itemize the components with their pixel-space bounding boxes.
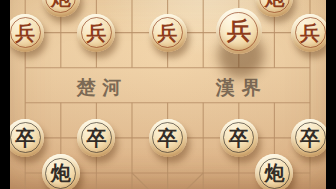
- piece-character: 兵: [227, 19, 251, 43]
- piece-black-soldier[interactable]: 卒: [220, 119, 258, 157]
- piece-black-cannon[interactable]: 炮: [42, 154, 80, 189]
- piece-character: 兵: [158, 22, 178, 42]
- piece-red-soldier[interactable]: 兵: [291, 14, 326, 52]
- piece-character: 炮: [264, 0, 284, 7]
- piece-character: 兵: [15, 22, 35, 42]
- piece-red-soldier[interactable]: 兵: [77, 14, 115, 52]
- letterbox-right: [326, 0, 336, 189]
- river-label-han-jie: 漢界: [209, 75, 268, 101]
- letterbox-left: [0, 0, 10, 189]
- piece-character: 卒: [86, 127, 106, 147]
- piece-red-soldier[interactable]: 兵: [149, 14, 187, 52]
- piece-character: 卒: [300, 127, 320, 147]
- piece-character: 卒: [15, 127, 35, 147]
- piece-red-soldier-selected[interactable]: 兵: [216, 8, 262, 54]
- piece-black-soldier[interactable]: 卒: [291, 119, 326, 157]
- piece-character: 炮: [264, 163, 284, 183]
- piece-character: 兵: [86, 22, 106, 42]
- piece-character: 炮: [51, 0, 71, 7]
- piece-character: 卒: [229, 127, 249, 147]
- piece-black-cannon[interactable]: 炮: [255, 154, 293, 189]
- piece-character: 炮: [51, 163, 71, 183]
- xiangqi-board[interactable]: 楚河 漢界 炮炮兵兵兵兵兵卒卒卒卒卒炮炮: [10, 0, 326, 189]
- piece-character: 卒: [158, 127, 178, 147]
- piece-black-soldier[interactable]: 卒: [77, 119, 115, 157]
- piece-black-soldier[interactable]: 卒: [149, 119, 187, 157]
- piece-character: 兵: [300, 22, 320, 42]
- river-label-chu-he: 楚河: [70, 75, 129, 101]
- game-screen: 楚河 漢界 炮炮兵兵兵兵兵卒卒卒卒卒炮炮: [0, 0, 336, 189]
